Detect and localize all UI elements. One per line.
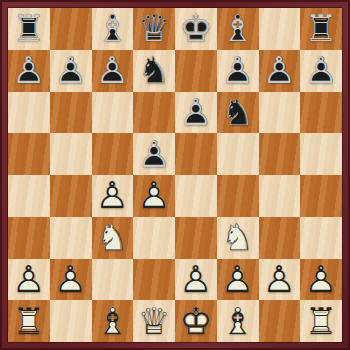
square-g5[interactable]: [259, 133, 301, 175]
square-f6[interactable]: ♞♘: [217, 92, 259, 134]
square-e8[interactable]: ♚♔: [175, 8, 217, 50]
square-c1[interactable]: ♝♗: [92, 300, 134, 342]
piece-glyph-outline: ♘: [217, 217, 259, 259]
piece-white-pawn[interactable]: ♟♙: [133, 175, 175, 217]
square-a6[interactable]: [8, 92, 50, 134]
piece-glyph-fill: ♟: [217, 259, 259, 301]
square-e1[interactable]: ♚♔: [175, 300, 217, 342]
piece-black-bishop[interactable]: ♝♗: [217, 8, 259, 50]
piece-glyph-outline: ♔: [175, 8, 217, 50]
square-a3[interactable]: [8, 217, 50, 259]
square-a7[interactable]: ♟♙: [8, 50, 50, 92]
piece-black-pawn[interactable]: ♟♙: [92, 50, 134, 92]
square-f8[interactable]: ♝♗: [217, 8, 259, 50]
square-g8[interactable]: [259, 8, 301, 50]
piece-black-pawn[interactable]: ♟♙: [133, 133, 175, 175]
piece-glyph-fill: ♝: [217, 8, 259, 50]
piece-glyph-outline: ♙: [300, 50, 342, 92]
piece-glyph-outline: ♖: [8, 300, 50, 342]
piece-glyph-outline: ♕: [133, 300, 175, 342]
square-c3[interactable]: ♞♘: [92, 217, 134, 259]
chess-board-frame: ♜♖♝♗♛♕♚♔♝♗♜♖♟♙♟♙♟♙♞♘♟♙♟♙♟♙♟♙♞♘♟♙♟♙♟♙♞♘♞♘…: [0, 0, 350, 350]
piece-glyph-fill: ♟: [259, 259, 301, 301]
piece-glyph-fill: ♟: [92, 175, 134, 217]
piece-glyph-outline: ♙: [175, 92, 217, 134]
piece-glyph-outline: ♙: [133, 175, 175, 217]
piece-glyph-outline: ♗: [217, 8, 259, 50]
piece-glyph-outline: ♙: [50, 259, 92, 301]
square-d5[interactable]: ♟♙: [133, 133, 175, 175]
piece-white-pawn[interactable]: ♟♙: [300, 259, 342, 301]
piece-glyph-fill: ♚: [175, 8, 217, 50]
piece-black-pawn[interactable]: ♟♙: [300, 50, 342, 92]
square-h2[interactable]: ♟♙: [300, 259, 342, 301]
square-d7[interactable]: ♞♘: [133, 50, 175, 92]
piece-glyph-outline: ♔: [175, 300, 217, 342]
square-g1[interactable]: [259, 300, 301, 342]
square-h4[interactable]: [300, 175, 342, 217]
square-f3[interactable]: ♞♘: [217, 217, 259, 259]
piece-black-queen[interactable]: ♛♕: [133, 8, 175, 50]
piece-glyph-fill: ♝: [217, 300, 259, 342]
piece-glyph-outline: ♕: [133, 8, 175, 50]
piece-glyph-outline: ♖: [300, 300, 342, 342]
piece-white-bishop[interactable]: ♝♗: [217, 300, 259, 342]
square-a5[interactable]: [8, 133, 50, 175]
square-e7[interactable]: [175, 50, 217, 92]
square-c4[interactable]: ♟♙: [92, 175, 134, 217]
piece-glyph-outline: ♙: [300, 259, 342, 301]
piece-glyph-outline: ♗: [92, 8, 134, 50]
piece-glyph-outline: ♙: [8, 50, 50, 92]
piece-glyph-outline: ♖: [300, 8, 342, 50]
square-c5[interactable]: [92, 133, 134, 175]
square-d3[interactable]: [133, 217, 175, 259]
square-d4[interactable]: ♟♙: [133, 175, 175, 217]
piece-glyph-outline: ♙: [259, 50, 301, 92]
piece-white-queen[interactable]: ♛♕: [133, 300, 175, 342]
square-b4[interactable]: [50, 175, 92, 217]
piece-glyph-outline: ♙: [50, 50, 92, 92]
piece-glyph-fill: ♟: [175, 92, 217, 134]
square-f5[interactable]: [217, 133, 259, 175]
square-b6[interactable]: [50, 92, 92, 134]
piece-glyph-fill: ♝: [92, 300, 134, 342]
piece-glyph-fill: ♞: [133, 50, 175, 92]
piece-black-knight[interactable]: ♞♘: [217, 92, 259, 134]
piece-glyph-outline: ♙: [217, 259, 259, 301]
piece-glyph-fill: ♟: [50, 259, 92, 301]
square-b1[interactable]: [50, 300, 92, 342]
piece-glyph-fill: ♟: [8, 259, 50, 301]
square-h5[interactable]: [300, 133, 342, 175]
square-e3[interactable]: [175, 217, 217, 259]
piece-black-pawn[interactable]: ♟♙: [217, 50, 259, 92]
square-c7[interactable]: ♟♙: [92, 50, 134, 92]
piece-glyph-fill: ♜: [300, 300, 342, 342]
piece-white-pawn[interactable]: ♟♙: [259, 259, 301, 301]
square-f2[interactable]: ♟♙: [217, 259, 259, 301]
square-e4[interactable]: [175, 175, 217, 217]
square-d1[interactable]: ♛♕: [133, 300, 175, 342]
square-f1[interactable]: ♝♗: [217, 300, 259, 342]
piece-glyph-fill: ♞: [92, 217, 134, 259]
square-d2[interactable]: [133, 259, 175, 301]
square-e2[interactable]: ♟♙: [175, 259, 217, 301]
piece-white-pawn[interactable]: ♟♙: [92, 175, 134, 217]
piece-glyph-fill: ♟: [300, 259, 342, 301]
piece-black-pawn[interactable]: ♟♙: [8, 50, 50, 92]
square-c2[interactable]: [92, 259, 134, 301]
piece-glyph-outline: ♙: [92, 50, 134, 92]
piece-glyph-fill: ♜: [8, 300, 50, 342]
piece-black-king[interactable]: ♚♔: [175, 8, 217, 50]
square-b2[interactable]: ♟♙: [50, 259, 92, 301]
square-d8[interactable]: ♛♕: [133, 8, 175, 50]
piece-glyph-outline: ♘: [133, 50, 175, 92]
piece-glyph-outline: ♙: [259, 259, 301, 301]
square-a8[interactable]: ♜♖: [8, 8, 50, 50]
piece-white-pawn[interactable]: ♟♙: [50, 259, 92, 301]
piece-glyph-outline: ♙: [133, 133, 175, 175]
piece-black-bishop[interactable]: ♝♗: [92, 8, 134, 50]
piece-white-pawn[interactable]: ♟♙: [217, 259, 259, 301]
square-b3[interactable]: [50, 217, 92, 259]
square-h1[interactable]: ♜♖: [300, 300, 342, 342]
piece-glyph-outline: ♗: [92, 300, 134, 342]
piece-glyph-fill: ♟: [300, 50, 342, 92]
piece-black-pawn[interactable]: ♟♙: [259, 50, 301, 92]
square-c6[interactable]: [92, 92, 134, 134]
piece-glyph-outline: ♖: [8, 8, 50, 50]
piece-glyph-fill: ♝: [92, 8, 134, 50]
square-g6[interactable]: [259, 92, 301, 134]
square-b7[interactable]: ♟♙: [50, 50, 92, 92]
square-f7[interactable]: ♟♙: [217, 50, 259, 92]
chess-board: ♜♖♝♗♛♕♚♔♝♗♜♖♟♙♟♙♟♙♞♘♟♙♟♙♟♙♟♙♞♘♟♙♟♙♟♙♞♘♞♘…: [8, 8, 342, 342]
square-d6[interactable]: [133, 92, 175, 134]
piece-glyph-fill: ♟: [133, 133, 175, 175]
square-a2[interactable]: ♟♙: [8, 259, 50, 301]
piece-black-pawn[interactable]: ♟♙: [175, 92, 217, 134]
piece-white-rook[interactable]: ♜♖: [8, 300, 50, 342]
square-f4[interactable]: [217, 175, 259, 217]
square-e5[interactable]: [175, 133, 217, 175]
piece-glyph-fill: ♚: [175, 300, 217, 342]
piece-black-knight[interactable]: ♞♘: [133, 50, 175, 92]
square-h3[interactable]: [300, 217, 342, 259]
square-b5[interactable]: [50, 133, 92, 175]
piece-white-pawn[interactable]: ♟♙: [8, 259, 50, 301]
piece-glyph-fill: ♜: [300, 8, 342, 50]
square-a1[interactable]: ♜♖: [8, 300, 50, 342]
piece-glyph-fill: ♞: [217, 92, 259, 134]
piece-white-bishop[interactable]: ♝♗: [92, 300, 134, 342]
piece-glyph-outline: ♙: [92, 175, 134, 217]
square-h7[interactable]: ♟♙: [300, 50, 342, 92]
piece-white-pawn[interactable]: ♟♙: [175, 259, 217, 301]
piece-black-rook[interactable]: ♜♖: [8, 8, 50, 50]
piece-glyph-fill: ♛: [133, 8, 175, 50]
square-h6[interactable]: [300, 92, 342, 134]
square-g7[interactable]: ♟♙: [259, 50, 301, 92]
piece-glyph-fill: ♟: [259, 50, 301, 92]
piece-glyph-outline: ♙: [8, 259, 50, 301]
square-h8[interactable]: ♜♖: [300, 8, 342, 50]
piece-black-pawn[interactable]: ♟♙: [50, 50, 92, 92]
piece-white-knight[interactable]: ♞♘: [217, 217, 259, 259]
piece-glyph-outline: ♘: [92, 217, 134, 259]
square-g3[interactable]: [259, 217, 301, 259]
square-b8[interactable]: [50, 8, 92, 50]
piece-white-king[interactable]: ♚♔: [175, 300, 217, 342]
piece-glyph-fill: ♟: [175, 259, 217, 301]
piece-glyph-fill: ♛: [133, 300, 175, 342]
piece-glyph-fill: ♟: [50, 50, 92, 92]
piece-glyph-fill: ♟: [133, 175, 175, 217]
square-c8[interactable]: ♝♗: [92, 8, 134, 50]
square-g2[interactable]: ♟♙: [259, 259, 301, 301]
piece-glyph-fill: ♞: [217, 217, 259, 259]
piece-white-knight[interactable]: ♞♘: [92, 217, 134, 259]
piece-glyph-outline: ♙: [217, 50, 259, 92]
piece-glyph-outline: ♗: [217, 300, 259, 342]
piece-glyph-fill: ♟: [8, 50, 50, 92]
piece-glyph-fill: ♟: [92, 50, 134, 92]
piece-glyph-outline: ♙: [175, 259, 217, 301]
square-e6[interactable]: ♟♙: [175, 92, 217, 134]
piece-black-rook[interactable]: ♜♖: [300, 8, 342, 50]
piece-glyph-outline: ♘: [217, 92, 259, 134]
piece-white-rook[interactable]: ♜♖: [300, 300, 342, 342]
square-a4[interactable]: [8, 175, 50, 217]
square-g4[interactable]: [259, 175, 301, 217]
piece-glyph-fill: ♟: [217, 50, 259, 92]
piece-glyph-fill: ♜: [8, 8, 50, 50]
